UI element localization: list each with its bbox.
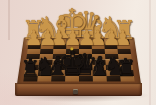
pieces-layer: ♜♞♝♛♚♝♞♜♟♟♟♟♟♟♟♟♟♟♟♟♟♟♟♟♜♞♝♛♚♝♞♜ [0,0,156,105]
white-pawn[interactable]: ♟ [24,27,42,48]
king-finial-icon [71,47,74,50]
black-rook[interactable]: ♜ [21,58,41,80]
